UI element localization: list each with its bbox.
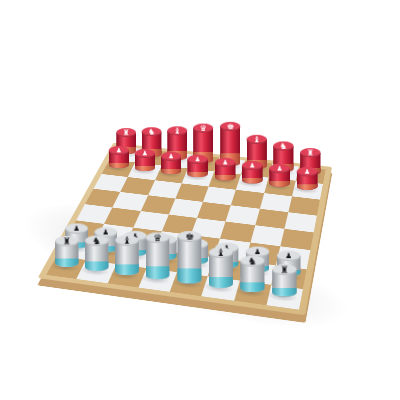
base-band [188, 172, 209, 178]
pawn-icon: ♟ [249, 161, 255, 170]
pawn-icon: ♟ [73, 223, 80, 233]
rook-icon: ♜ [307, 148, 315, 157]
rook-icon: ♜ [122, 128, 129, 137]
piece-top: ♟ [65, 223, 88, 233]
cylinder-sprite: ♟ [215, 162, 236, 180]
knight-icon: ♞ [248, 256, 257, 267]
piece-top: ♜ [116, 128, 136, 137]
king-icon: ♚ [185, 231, 194, 242]
base-band [273, 288, 298, 297]
cylinder-sprite: ♟ [108, 150, 128, 168]
bishop-icon: ♝ [253, 135, 260, 144]
cylinder-sprite: ♟ [188, 159, 209, 177]
pawn-icon: ♟ [195, 155, 201, 164]
base-band [115, 264, 139, 275]
base-band [85, 262, 109, 272]
pawn-icon: ♟ [142, 149, 148, 158]
cylinder-sprite: ♝ [115, 241, 139, 276]
rook-icon: ♜ [280, 265, 289, 276]
base-band [240, 283, 264, 293]
pawn-icon: ♟ [286, 251, 293, 262]
piece-top: ♟ [242, 161, 263, 170]
piece-top: ♝ [167, 126, 187, 135]
pieces-layer: ♜♞♝♛♚♝♞♜♟♟♟♟♟♟♟♟♟♟♟♟♟♟♟♟♜♞♝♛♚♝♞♜ [46, 146, 326, 310]
king-icon: ♚ [226, 122, 233, 131]
piece-top: ♞ [273, 141, 293, 150]
chess-board: ♜♞♝♛♚♝♞♜♟♟♟♟♟♟♟♟♟♟♟♟♟♟♟♟♜♞♝♛♚♝♞♜ [38, 143, 332, 316]
cylinder-sprite: ♟ [269, 169, 290, 187]
piece-top: ♟ [108, 146, 128, 155]
base-band [297, 184, 318, 190]
cylinder-sprite: ♟ [161, 156, 182, 174]
stage: ♜♞♝♛♚♝♞♜♟♟♟♟♟♟♟♟♟♟♟♟♟♟♟♟♜♞♝♛♚♝♞♜ [0, 0, 400, 400]
base-band [161, 168, 182, 174]
base-band [177, 269, 201, 284]
piece-top: ♟ [269, 164, 290, 174]
piece-top: ♝ [247, 135, 267, 144]
piece-top: ♛ [194, 123, 214, 132]
scene: ♜♞♝♛♚♝♞♜♟♟♟♟♟♟♟♟♟♟♟♟♟♟♟♟♜♞♝♛♚♝♞♜ [0, 0, 400, 400]
bishop-icon: ♝ [123, 235, 132, 246]
cylinder-sprite: ♟ [297, 172, 318, 190]
pawn-icon: ♟ [168, 152, 174, 161]
cylinder-sprite: ♞ [240, 261, 264, 292]
cylinder-sprite: ♟ [242, 166, 263, 184]
piece-top: ♜ [301, 148, 322, 157]
base-band [215, 175, 236, 181]
rook-icon: ♜ [62, 236, 71, 247]
knight-icon: ♞ [148, 127, 155, 136]
piece-top: ♟ [215, 158, 236, 167]
pawn-icon: ♟ [222, 158, 228, 167]
base-band [108, 162, 128, 168]
cylinder-sprite: ♞ [85, 241, 109, 271]
bishop-icon: ♝ [216, 247, 225, 258]
base-band [208, 277, 232, 288]
cylinder-sprite: ♟ [135, 153, 155, 171]
queen-icon: ♛ [153, 233, 162, 244]
base-band [135, 165, 155, 171]
base-band [269, 181, 290, 187]
pawn-icon: ♟ [116, 146, 122, 155]
piece-top: ♚ [177, 231, 201, 242]
queen-icon: ♛ [200, 123, 207, 132]
piece-top: ♟ [161, 152, 182, 161]
piece-top: ♞ [142, 127, 162, 136]
bishop-icon: ♝ [174, 126, 181, 135]
pawn-icon: ♟ [277, 164, 283, 174]
pawn-icon: ♟ [305, 167, 311, 177]
cylinder-sprite: ♝ [208, 253, 232, 288]
cylinder-sprite: ♜ [55, 242, 79, 268]
piece-top: ♟ [135, 149, 155, 158]
knight-icon: ♞ [92, 236, 101, 247]
cylinder-sprite: ♜ [273, 270, 298, 297]
base-band [242, 178, 263, 184]
base-band [55, 259, 79, 267]
piece-top: ♜ [55, 236, 79, 247]
cylinder-sprite: ♛ [146, 238, 170, 280]
knight-icon: ♞ [280, 141, 288, 150]
base-band [146, 266, 170, 279]
piece-top: ♚ [220, 122, 240, 131]
cylinder-sprite: ♚ [177, 237, 201, 284]
